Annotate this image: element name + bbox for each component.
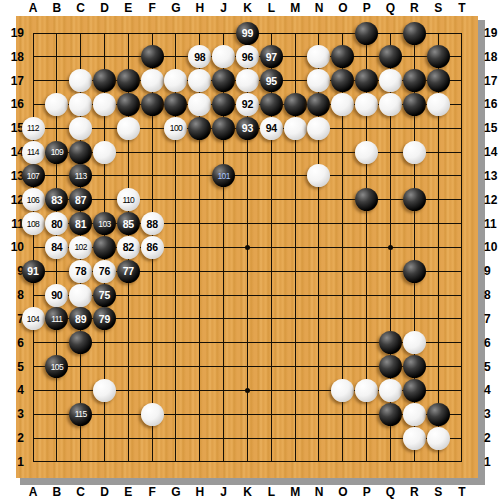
col-label-top-B: B xyxy=(46,1,68,15)
col-label-bottom-S: S xyxy=(427,485,449,499)
stone-S16 xyxy=(427,93,450,116)
col-label-bottom-O: O xyxy=(332,485,354,499)
col-label-top-F: F xyxy=(141,1,163,15)
row-label-left-9: 9 xyxy=(2,264,24,278)
move-number: 92 xyxy=(242,99,253,109)
stone-F18 xyxy=(141,45,164,68)
col-label-bottom-H: H xyxy=(189,485,211,499)
stone-R14 xyxy=(403,141,426,164)
stone-M15 xyxy=(284,117,307,140)
stone-K19: 99 xyxy=(236,22,259,45)
col-label-bottom-R: R xyxy=(403,485,425,499)
stone-L18: 97 xyxy=(260,45,283,68)
stone-R5 xyxy=(403,355,426,378)
stone-P4 xyxy=(355,379,378,402)
row-label-right-18: 18 xyxy=(484,50,500,64)
move-number: 108 xyxy=(27,219,39,229)
stone-C8 xyxy=(69,284,92,307)
move-number: 93 xyxy=(242,123,253,133)
col-label-top-L: L xyxy=(260,1,282,15)
stone-D14 xyxy=(93,141,116,164)
move-number: 83 xyxy=(51,195,62,205)
stone-P14 xyxy=(355,141,378,164)
row-label-right-11: 11 xyxy=(484,217,500,231)
stone-D11: 103 xyxy=(93,212,116,235)
stone-S3 xyxy=(427,403,450,426)
stone-B8: 90 xyxy=(45,284,68,307)
grid-line-v-T xyxy=(461,33,462,463)
stone-D4 xyxy=(93,379,116,402)
stone-J15 xyxy=(212,117,235,140)
star-point-Q10 xyxy=(388,245,393,250)
stone-A14: 114 xyxy=(22,141,45,164)
col-label-top-J: J xyxy=(213,1,235,15)
row-label-left-12: 12 xyxy=(2,193,24,207)
row-label-right-8: 8 xyxy=(484,288,500,302)
move-number: 90 xyxy=(51,290,62,300)
row-label-left-6: 6 xyxy=(2,336,24,350)
col-label-top-C: C xyxy=(70,1,92,15)
grid-line-h-1 xyxy=(33,461,463,462)
stone-F10: 86 xyxy=(141,236,164,259)
move-number: 106 xyxy=(27,195,39,205)
stone-L15: 94 xyxy=(260,117,283,140)
col-label-top-P: P xyxy=(356,1,378,15)
col-label-bottom-F: F xyxy=(141,485,163,499)
row-label-left-4: 4 xyxy=(2,383,24,397)
row-label-right-12: 12 xyxy=(484,193,500,207)
stone-R17 xyxy=(403,69,426,92)
move-number: 103 xyxy=(98,219,110,229)
move-number: 91 xyxy=(27,266,38,276)
stone-E17 xyxy=(117,69,140,92)
row-label-right-5: 5 xyxy=(484,360,500,374)
row-label-right-7: 7 xyxy=(484,312,500,326)
stone-R16 xyxy=(403,93,426,116)
move-number: 107 xyxy=(27,171,39,181)
stone-A9: 91 xyxy=(22,260,45,283)
col-label-top-H: H xyxy=(189,1,211,15)
move-number: 82 xyxy=(123,242,134,252)
stone-S18 xyxy=(427,45,450,68)
move-number: 96 xyxy=(242,52,253,62)
move-number: 98 xyxy=(194,52,205,62)
stone-C15 xyxy=(69,117,92,140)
stone-A11: 108 xyxy=(22,212,45,235)
stone-E12: 110 xyxy=(117,188,140,211)
stone-D8: 75 xyxy=(93,284,116,307)
move-number: 111 xyxy=(51,314,62,324)
row-label-left-7: 7 xyxy=(2,312,24,326)
col-label-bottom-P: P xyxy=(356,485,378,499)
row-label-left-19: 19 xyxy=(2,26,24,40)
move-number: 112 xyxy=(27,123,39,133)
stone-P16 xyxy=(355,93,378,116)
move-number: 101 xyxy=(217,171,229,181)
row-label-left-11: 11 xyxy=(2,217,24,231)
move-number: 77 xyxy=(123,266,134,276)
move-number: 87 xyxy=(75,195,86,205)
stone-B14: 109 xyxy=(45,141,68,164)
row-label-right-19: 19 xyxy=(484,26,500,40)
move-number: 78 xyxy=(75,266,86,276)
move-number: 100 xyxy=(170,123,182,133)
stone-F3 xyxy=(141,403,164,426)
col-label-bottom-C: C xyxy=(70,485,92,499)
stone-R9 xyxy=(403,260,426,283)
row-label-right-1: 1 xyxy=(484,455,500,469)
stone-E16 xyxy=(117,93,140,116)
move-number: 114 xyxy=(27,147,39,157)
stone-R4 xyxy=(403,379,426,402)
move-number: 102 xyxy=(74,242,86,252)
stone-E9: 77 xyxy=(117,260,140,283)
col-label-top-A: A xyxy=(22,1,44,15)
col-label-bottom-Q: Q xyxy=(379,485,401,499)
stone-E15 xyxy=(117,117,140,140)
stone-A15: 112 xyxy=(22,117,45,140)
board-edge-shadow-bottom xyxy=(20,478,485,485)
stone-Q5 xyxy=(379,355,402,378)
row-label-left-13: 13 xyxy=(2,169,24,183)
move-number: 94 xyxy=(266,123,277,133)
move-number: 99 xyxy=(242,28,253,38)
stone-K16: 92 xyxy=(236,93,259,116)
move-number: 95 xyxy=(266,76,277,86)
row-label-left-17: 17 xyxy=(2,74,24,88)
stone-D10 xyxy=(93,236,116,259)
stone-M16 xyxy=(284,93,307,116)
move-number: 88 xyxy=(147,219,158,229)
move-number: 109 xyxy=(51,147,63,157)
row-label-left-5: 5 xyxy=(2,360,24,374)
col-label-top-Q: Q xyxy=(379,1,401,15)
row-label-left-10: 10 xyxy=(2,240,24,254)
move-number: 76 xyxy=(99,266,110,276)
stone-C3: 115 xyxy=(69,403,92,426)
star-point-K4 xyxy=(245,388,250,393)
stone-L17: 95 xyxy=(260,69,283,92)
stone-S2 xyxy=(427,427,450,450)
stone-R12 xyxy=(403,188,426,211)
col-label-top-T: T xyxy=(451,1,473,15)
row-label-left-2: 2 xyxy=(2,431,24,445)
move-number: 115 xyxy=(75,409,87,419)
stone-Q16 xyxy=(379,93,402,116)
move-number: 80 xyxy=(51,219,62,229)
stone-E11: 85 xyxy=(117,212,140,235)
row-label-left-3: 3 xyxy=(2,407,24,421)
col-label-top-G: G xyxy=(165,1,187,15)
row-label-left-18: 18 xyxy=(2,50,24,64)
stone-Q17 xyxy=(379,69,402,92)
stone-L16 xyxy=(260,93,283,116)
move-number: 104 xyxy=(27,314,39,324)
move-number: 85 xyxy=(123,219,134,229)
move-number: 81 xyxy=(75,219,86,229)
move-number: 75 xyxy=(99,290,110,300)
stone-K17 xyxy=(236,69,259,92)
row-label-right-17: 17 xyxy=(484,74,500,88)
col-label-bottom-K: K xyxy=(236,485,258,499)
row-label-right-15: 15 xyxy=(484,121,500,135)
row-label-left-14: 14 xyxy=(2,145,24,159)
stone-Q4 xyxy=(379,379,402,402)
col-label-bottom-M: M xyxy=(284,485,306,499)
row-label-right-4: 4 xyxy=(484,383,500,397)
stone-P19 xyxy=(355,22,378,45)
col-label-bottom-N: N xyxy=(308,485,330,499)
stone-S17 xyxy=(427,69,450,92)
move-number: 79 xyxy=(99,314,110,324)
go-board[interactable]: AABBCCDDEEFFGGHHJJKKLLMMNNOOPPQQRRSSTT19… xyxy=(0,0,500,500)
col-label-bottom-E: E xyxy=(117,485,139,499)
col-label-top-S: S xyxy=(427,1,449,15)
row-label-right-10: 10 xyxy=(484,240,500,254)
row-label-right-13: 13 xyxy=(484,169,500,183)
stone-J16 xyxy=(212,93,235,116)
row-label-right-14: 14 xyxy=(484,145,500,159)
move-number: 86 xyxy=(147,242,158,252)
stone-F16 xyxy=(141,93,164,116)
stone-R6 xyxy=(403,331,426,354)
col-label-bottom-B: B xyxy=(46,485,68,499)
stone-C16 xyxy=(69,93,92,116)
stone-F11: 88 xyxy=(141,212,164,235)
move-number: 113 xyxy=(75,171,87,181)
stone-E10: 82 xyxy=(117,236,140,259)
move-number: 89 xyxy=(75,314,86,324)
stone-C9: 78 xyxy=(69,260,92,283)
stone-R19 xyxy=(403,22,426,45)
col-label-bottom-J: J xyxy=(213,485,235,499)
move-number: 110 xyxy=(122,195,134,205)
row-label-left-1: 1 xyxy=(2,455,24,469)
col-label-top-D: D xyxy=(93,1,115,15)
col-label-bottom-G: G xyxy=(165,485,187,499)
stone-D9: 76 xyxy=(93,260,116,283)
col-label-top-K: K xyxy=(236,1,258,15)
stone-D16 xyxy=(93,93,116,116)
stone-C10: 102 xyxy=(69,236,92,259)
stone-Q3 xyxy=(379,403,402,426)
row-label-left-8: 8 xyxy=(2,288,24,302)
stone-K15: 93 xyxy=(236,117,259,140)
row-label-right-2: 2 xyxy=(484,431,500,445)
stone-R3 xyxy=(403,403,426,426)
col-label-top-E: E xyxy=(117,1,139,15)
move-number: 84 xyxy=(51,242,62,252)
col-label-bottom-A: A xyxy=(22,485,44,499)
col-label-top-O: O xyxy=(332,1,354,15)
col-label-bottom-T: T xyxy=(451,485,473,499)
row-label-right-6: 6 xyxy=(484,336,500,350)
row-label-right-16: 16 xyxy=(484,97,500,111)
move-number: 97 xyxy=(266,52,277,62)
stone-A13: 107 xyxy=(22,164,45,187)
stone-F17 xyxy=(141,69,164,92)
stone-H15 xyxy=(188,117,211,140)
move-number: 105 xyxy=(51,362,63,372)
row-label-left-16: 16 xyxy=(2,97,24,111)
stone-A7: 104 xyxy=(22,307,45,330)
col-label-top-N: N xyxy=(308,1,330,15)
stone-C14 xyxy=(69,141,92,164)
row-label-right-9: 9 xyxy=(484,264,500,278)
star-point-K10 xyxy=(245,245,250,250)
col-label-bottom-D: D xyxy=(93,485,115,499)
row-label-left-15: 15 xyxy=(2,121,24,135)
stone-A12: 106 xyxy=(22,188,45,211)
stone-R2 xyxy=(403,427,426,450)
col-label-bottom-L: L xyxy=(260,485,282,499)
col-label-top-R: R xyxy=(403,1,425,15)
stone-D17 xyxy=(93,69,116,92)
grid-line-h-2 xyxy=(33,438,463,439)
row-label-right-3: 3 xyxy=(484,407,500,421)
col-label-top-M: M xyxy=(284,1,306,15)
